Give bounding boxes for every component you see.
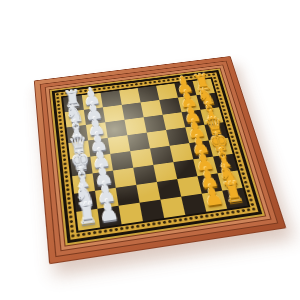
- ornate-border: ♜♟♟♜♞♟♟♞♝♟♟♝♛♟♟♛♚♟♟♚♝♟♟♝♞♟♟♞♜♟♟♜: [54, 72, 260, 241]
- piece-wP: ♟: [96, 195, 121, 226]
- board-inner: ♜♟♟♜♞♟♟♞♝♟♟♝♛♟♟♛♚♟♟♚♝♟♟♝♞♟♟♞♜♟♟♜: [61, 77, 251, 233]
- square: ♜: [222, 188, 248, 209]
- wooden-frame: ♜♟♟♜♞♟♟♞♝♟♟♝♛♟♟♛♚♟♟♚♝♟♟♝♞♟♟♞♜♟♟♜: [34, 56, 287, 264]
- chess-board: ♜♟♟♜♞♟♟♞♝♟♟♝♛♟♟♛♚♟♟♚♝♟♟♝♞♟♟♞♜♟♟♜: [63, 79, 248, 231]
- border-mat: ♜♟♟♜♞♟♟♞♝♟♟♝♛♟♟♛♚♟♟♚♝♟♟♝♞♟♟♞♜♟♟♜: [52, 70, 262, 243]
- square: ♟: [97, 206, 121, 228]
- gold-trim-line: ♜♟♟♜♞♟♟♞♝♟♟♝♛♟♟♛♚♟♟♚♝♟♟♝♞♟♟♞♜♟♟♜: [50, 68, 265, 245]
- page-background: ♜♟♟♜♞♟♟♞♝♟♟♝♛♟♟♛♚♟♟♚♝♟♟♝♞♟♟♞♜♟♟♜: [0, 0, 300, 300]
- chess-set-photo: ♜♟♟♜♞♟♟♞♝♟♟♝♛♟♟♛♚♟♟♚♝♟♟♝♞♟♟♞♜♟♟♜: [34, 56, 287, 264]
- frame-molding: ♜♟♟♜♞♟♟♞♝♟♟♝♛♟♟♛♚♟♟♚♝♟♟♝♞♟♟♞♜♟♟♜: [50, 68, 265, 245]
- square: ♜: [76, 209, 100, 231]
